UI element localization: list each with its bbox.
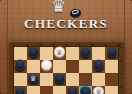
game-title: CHECKERS	[0, 16, 132, 32]
square-r3c1[interactable]	[14, 73, 27, 86]
square-r3c3[interactable]	[40, 73, 53, 86]
square-r2c4[interactable]	[53, 60, 66, 73]
crown-icon: ♛	[51, 0, 66, 16]
game-screen: ♛ CHECKERS ♛♛♛	[0, 0, 132, 94]
white-man[interactable]	[41, 60, 52, 71]
dark-man[interactable]	[15, 86, 26, 94]
square-r3c4[interactable]	[53, 73, 66, 86]
dark-man[interactable]	[80, 86, 91, 94]
dark-man[interactable]	[107, 47, 118, 58]
white-king[interactable]: ♛	[54, 47, 65, 58]
king-crown-icon: ♛	[93, 88, 104, 94]
dark-man[interactable]	[93, 60, 104, 71]
square-r3c8[interactable]	[105, 73, 118, 86]
square-r2c3[interactable]	[40, 60, 53, 73]
square-r2c5[interactable]	[66, 60, 79, 73]
dark-man[interactable]	[67, 86, 78, 94]
square-r3c6[interactable]	[79, 73, 92, 86]
white-king[interactable]: ♛	[93, 86, 104, 94]
square-r4c4[interactable]	[53, 86, 66, 94]
king-crown-icon: ♛	[54, 48, 65, 55]
dark-man[interactable]	[54, 73, 65, 84]
square-r4c2[interactable]	[27, 86, 40, 94]
wood-seam	[124, 0, 125, 94]
dark-man[interactable]	[15, 60, 26, 71]
square-r4c3[interactable]	[40, 86, 53, 94]
square-r1c1[interactable]	[14, 47, 27, 60]
dark-king[interactable]: ♛	[28, 73, 39, 84]
square-r2c6[interactable]	[79, 60, 92, 73]
dark-man[interactable]	[28, 47, 39, 58]
square-r3c2[interactable]: ♛	[27, 73, 40, 86]
frame-screw-dots	[13, 44, 15, 46]
square-r3c7[interactable]	[92, 73, 105, 86]
square-r4c8[interactable]	[105, 86, 118, 94]
square-r4c7[interactable]: ♛	[92, 86, 105, 94]
checkers-board: ♛♛♛	[14, 47, 119, 94]
frame-screw-dots	[120, 47, 122, 49]
square-r1c5[interactable]	[66, 47, 79, 60]
square-r4c6[interactable]	[79, 86, 92, 94]
square-r1c8[interactable]	[105, 47, 118, 60]
square-r2c2[interactable]	[27, 60, 40, 73]
king-crown-icon: ♛	[28, 74, 39, 81]
square-r1c7[interactable]	[92, 47, 105, 60]
frame-screw-dots	[11, 47, 13, 49]
square-r4c1[interactable]	[14, 86, 27, 94]
square-r2c1[interactable]	[14, 60, 27, 73]
square-r2c7[interactable]	[92, 60, 105, 73]
dark-man[interactable]	[80, 47, 91, 58]
board-frame: ♛♛♛	[9, 41, 124, 94]
square-r1c3[interactable]	[40, 47, 53, 60]
square-r4c5[interactable]	[66, 86, 79, 94]
square-r1c2[interactable]	[27, 47, 40, 60]
square-r2c8[interactable]	[105, 60, 118, 73]
square-r1c6[interactable]	[79, 47, 92, 60]
square-r3c5[interactable]	[66, 73, 79, 86]
square-r1c4[interactable]: ♛	[53, 47, 66, 60]
